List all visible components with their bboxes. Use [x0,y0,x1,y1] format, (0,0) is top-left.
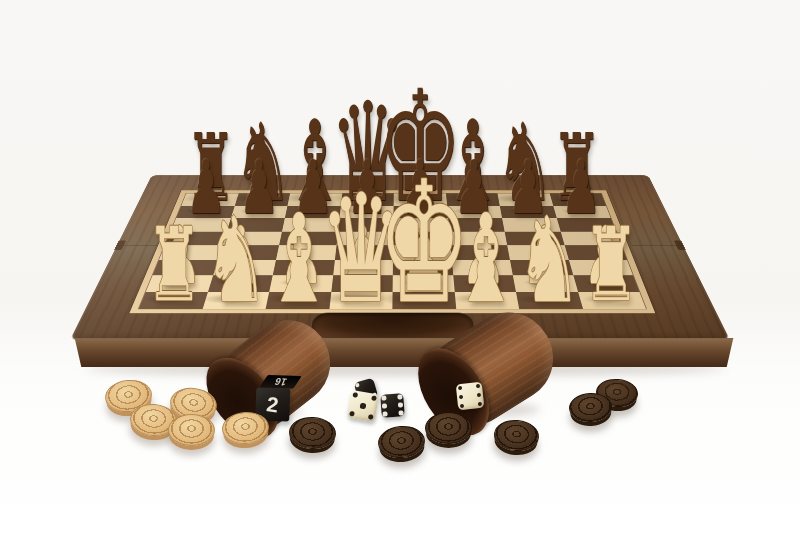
die-pip [352,392,358,398]
checker-dark-3 [425,412,472,444]
square-f3 [451,260,512,275]
die-pip [477,402,482,407]
product-photo-scene: ♜♞♝♛♚♝♞♜♟♟♟♟♟♟♟♟♟♟♟♟♟♟♟♟♜♞♝♛♚♝♞♜ 16 2 [0,0,800,533]
die-pip [383,412,387,416]
die-pip [371,395,377,401]
die-pip [382,396,386,400]
die-black-6 [380,393,405,418]
piece-shadow [340,279,376,286]
square-e4 [393,245,451,260]
square-f4 [450,245,510,260]
square-d5 [336,231,393,245]
square-c5 [279,231,338,245]
square-h3 [568,260,632,275]
square-b5 [222,231,282,245]
piece-shadow [377,191,446,205]
die-pip [476,383,481,388]
handle-recess [310,313,474,338]
square-c3 [273,260,335,275]
doubling-cube-front-value: 2 [265,392,280,417]
piece-shadow [377,291,453,306]
board-front-edge [72,338,736,367]
square-e6 [393,218,449,231]
square-e3 [393,260,453,275]
piece-shadow [203,294,256,305]
checker-dark-4 [492,418,539,452]
die-pip [399,411,403,415]
square-b3 [213,260,276,275]
square-g5 [505,231,565,245]
die-pip [398,395,402,399]
square-f6 [448,218,505,231]
die-ivory-6 [456,382,485,411]
piece-shadow [516,294,569,305]
square-c4 [276,245,336,260]
square-d3 [333,260,393,275]
square-b6 [226,218,284,231]
die-pip [355,383,359,387]
die-pip [458,394,463,399]
die-pip [476,392,481,397]
piece-shadow [583,294,629,303]
square-e5 [393,231,450,245]
square-a6 [171,218,231,231]
square-b4 [217,245,279,260]
square-a4 [159,245,222,260]
checker-dark-5 [568,391,612,422]
square-f5 [449,231,507,245]
square-h5 [560,231,621,245]
die-pip [459,403,464,408]
piece-shadow [279,279,315,286]
die-pip [360,403,366,409]
square-g3 [510,260,573,275]
square-h4 [564,245,627,260]
square-a3 [153,260,218,275]
die-pip [349,411,355,417]
hinge-notch-right [674,240,686,250]
die-pip [457,385,462,390]
square-d4 [334,245,393,260]
checker-light-3 [168,414,215,446]
square-h6 [556,218,615,231]
piece-shadow [184,194,226,202]
die-pip [398,403,402,407]
die-ivory-5 [347,390,379,422]
square-c6 [282,218,339,231]
die-pip [368,414,374,420]
piece-shadow [551,194,593,202]
square-a5 [165,231,226,245]
die-pip [382,404,386,408]
piece-shadow [401,279,437,286]
square-d6 [338,218,394,231]
square-g4 [507,245,568,260]
checker-dark-2 [376,424,426,460]
checker-dark-1 [288,416,337,450]
piece-shadow [145,294,191,303]
doubling-cube-top-value: 16 [273,376,289,388]
square-g6 [502,218,560,231]
